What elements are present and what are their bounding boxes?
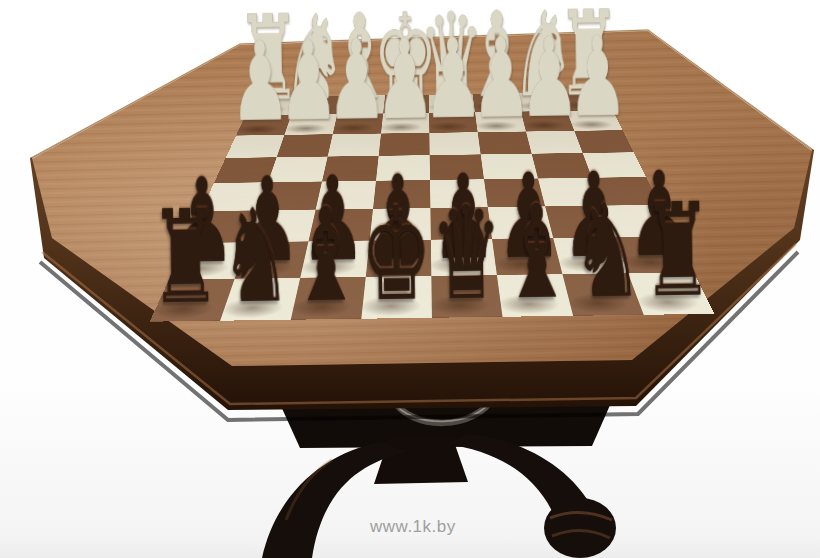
square-d8: ♛ [431, 275, 502, 318]
chess-table-photo: ♜♞♝♚♛♝♞♜♟♟♟♟♟♟♟♟♟♟♟♟♟♟♟♟♜♞♝♚♛♝♞♜ www.1k.… [0, 0, 820, 558]
black-queen: ♛ [430, 192, 503, 315]
square-f8: ♝ [291, 277, 366, 320]
white-pawn: ♟ [566, 25, 629, 130]
black-bishop: ♝ [289, 194, 362, 317]
square-c8: ♝ [497, 274, 573, 317]
square-g8: ♞ [220, 278, 300, 321]
square-b8: ♞ [562, 273, 643, 316]
square-a2: ♟ [567, 110, 623, 131]
square-b2: ♟ [521, 111, 574, 132]
square-e8: ♚ [361, 276, 432, 319]
black-rook: ♜ [148, 196, 221, 319]
square-c2: ♟ [475, 112, 526, 133]
black-knight: ♞ [219, 195, 292, 318]
black-king: ♚ [359, 193, 432, 316]
watermark: www.1k.by [370, 517, 456, 537]
black-knight: ♞ [570, 190, 643, 313]
black-rook: ♜ [641, 189, 714, 312]
right-foot [544, 498, 616, 558]
black-bishop: ♝ [500, 191, 573, 314]
